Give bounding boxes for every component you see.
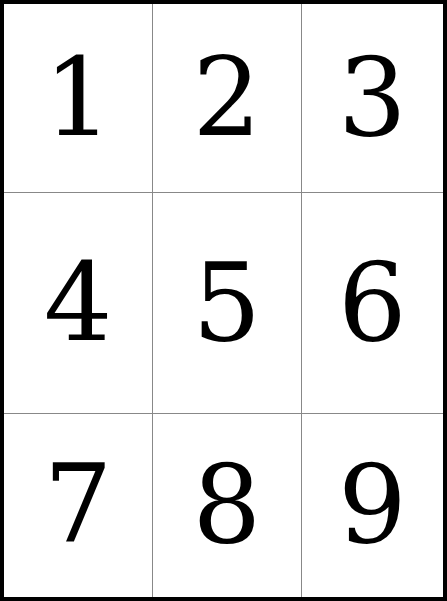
cell-digit: 2 (193, 44, 262, 152)
cell-r1-c1[interactable]: 5 (153, 193, 300, 412)
cell-r2-c0[interactable]: 7 (4, 414, 152, 597)
cell-digit: 6 (338, 249, 407, 357)
cell-r2-c1[interactable]: 8 (153, 414, 300, 597)
cell-digit: 1 (44, 44, 113, 152)
cell-r0-c2[interactable]: 3 (302, 4, 443, 192)
cell-digit: 7 (44, 451, 113, 559)
cell-digit: 8 (193, 451, 262, 559)
cell-digit: 3 (338, 44, 407, 152)
cell-r0-c1[interactable]: 2 (153, 4, 300, 192)
cell-digit: 5 (193, 249, 262, 357)
cell-r1-c2[interactable]: 6 (302, 193, 443, 412)
cell-r1-c0[interactable]: 4 (4, 193, 152, 412)
cell-digit: 9 (338, 451, 407, 559)
cell-r0-c0[interactable]: 1 (4, 4, 152, 192)
cell-r2-c2[interactable]: 9 (302, 414, 443, 597)
number-grid-board: 1 2 3 4 5 6 7 8 9 (0, 0, 447, 601)
cell-digit: 4 (44, 249, 113, 357)
